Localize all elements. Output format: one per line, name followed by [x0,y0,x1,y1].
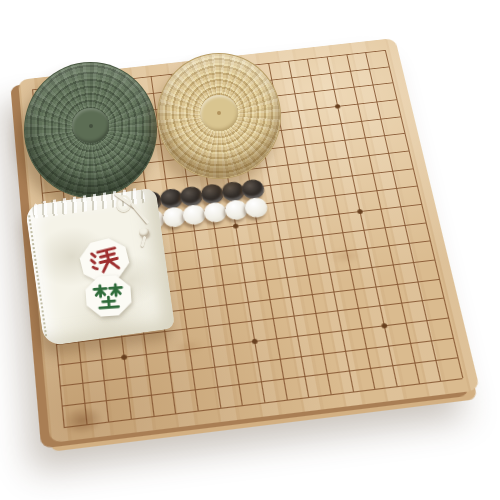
green-stone-bowl [24,62,157,198]
star-point [251,338,257,344]
octagon-label [85,274,133,317]
bowl-center-cap [200,95,238,131]
white-stone [161,206,186,228]
star-point [232,223,238,228]
star-point [380,322,387,328]
hanzi-glyph-art [88,277,129,314]
star-point [334,104,340,109]
grid-line-vertical [346,54,420,383]
grid-line-horizontal [60,337,453,386]
hanzi-stamp-green [85,274,133,317]
grid-line-vertical [365,52,441,381]
star-point [120,354,126,360]
white-stone [244,196,269,218]
grid-line-horizontal [64,378,463,428]
grid-line-horizontal [62,358,458,407]
go-set-product-photo [0,0,500,500]
bowl-center-cap [72,108,109,143]
bag-stitched-seam [28,215,47,336]
tan-stone-bowl [157,53,281,179]
grid-line-vertical [385,50,464,378]
white-stone [182,204,207,226]
star-point [356,209,362,214]
white-stone [202,201,227,223]
